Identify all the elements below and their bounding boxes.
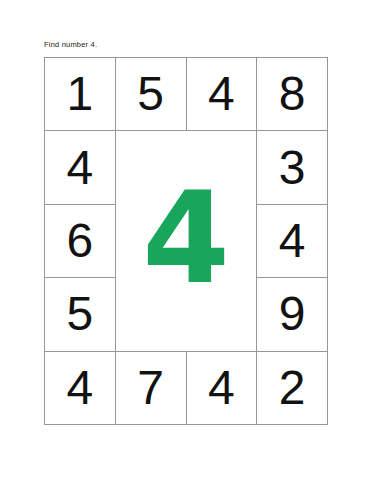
target-number-cell: 4 [116,131,258,351]
number-cell-r1c4[interactable]: 8 [257,58,328,131]
number-cell-r5c1[interactable]: 4 [45,352,116,425]
instruction-text: Find number 4. [44,40,97,49]
number-cell-r2c4[interactable]: 3 [257,131,328,204]
number-cell-r1c2[interactable]: 5 [116,58,187,131]
number-cell-r1c3[interactable]: 4 [187,58,258,131]
worksheet-page: Find number 4. 1 5 4 8 4 4 3 6 4 5 9 4 7… [0,0,372,480]
number-cell-r3c1[interactable]: 6 [45,205,116,278]
number-grid: 1 5 4 8 4 4 3 6 4 5 9 4 7 4 2 [44,57,328,425]
number-cell-r5c3[interactable]: 4 [187,352,258,425]
number-cell-r5c2[interactable]: 7 [116,352,187,425]
number-cell-r2c1[interactable]: 4 [45,131,116,204]
number-cell-r4c1[interactable]: 5 [45,278,116,351]
number-cell-r3c4[interactable]: 4 [257,205,328,278]
number-cell-r1c1[interactable]: 1 [45,58,116,131]
number-cell-r4c4[interactable]: 9 [257,278,328,351]
target-number-4: 4 [142,176,230,302]
number-cell-r5c4[interactable]: 2 [257,352,328,425]
